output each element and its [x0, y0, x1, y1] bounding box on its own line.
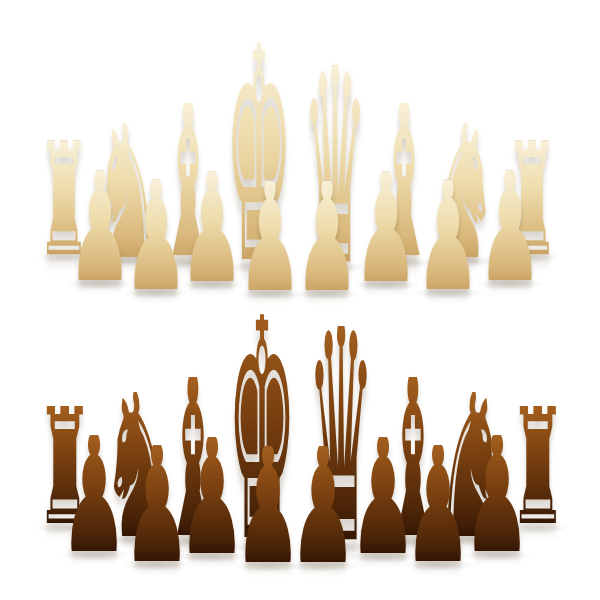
light-pawn-8: ♟: [478, 170, 543, 285]
light-pawn-2: ♟: [124, 179, 189, 294]
light-pawn-7: ♟: [416, 179, 481, 294]
chess-set-product-photo: ♜♞♝♚♛♝♞♜♟♟♟♟♟♟♟♟♜♞♝♚♛♝♞♜♟♟♟♟♟♟♟♟: [0, 0, 600, 600]
light-pawn-1: ♟: [68, 170, 133, 285]
pieces-layer: ♜♞♝♚♛♝♞♜♟♟♟♟♟♟♟♟♜♞♝♚♛♝♞♜♟♟♟♟♟♟♟♟: [0, 0, 600, 600]
dark-pawn-5: ♟: [289, 446, 357, 567]
dark-pawn-7: ♟: [404, 445, 472, 566]
dark-pawn-1: ♟: [60, 435, 128, 556]
dark-pawn-8: ♟: [463, 435, 531, 556]
